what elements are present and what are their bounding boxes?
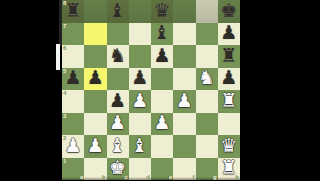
square-f2[interactable] [173,135,195,158]
piece-white-pawn-a2[interactable]: ♟ [65,136,82,155]
square-c6[interactable]: ♞ [107,45,129,68]
piece-white-rook-h4[interactable]: ♜ [220,91,237,110]
square-g2[interactable] [196,135,218,158]
square-f8[interactable] [173,0,195,23]
square-h3[interactable] [218,113,240,136]
piece-white-pawn-b2[interactable]: ♟ [87,136,104,155]
piece-black-rook-a8[interactable]: ♜ [65,1,82,20]
piece-white-pawn-d4[interactable]: ♟ [131,91,148,110]
square-g5[interactable]: ♞ [196,68,218,91]
square-a7[interactable]: 7 [62,23,84,46]
piece-white-pawn-e3[interactable]: ♟ [154,113,171,132]
square-c3[interactable]: ♟ [107,113,129,136]
piece-black-bishop-e7[interactable]: ♝ [154,23,171,42]
square-g3[interactable] [196,113,218,136]
square-c4[interactable]: ♟ [107,90,129,113]
square-d3[interactable] [129,113,151,136]
square-g7[interactable] [196,23,218,46]
square-g6[interactable] [196,45,218,68]
video-frame: 8♜♝♛♚7♝♟6♞♟♜5♟♟♟♞♟4♟♟♟♜3♟♟2♟♟♝♝♛1abc♚def… [0,0,320,180]
piece-white-bishop-c2[interactable]: ♝ [109,136,126,155]
file-label-b: b [102,174,106,180]
square-e5[interactable] [151,68,173,91]
piece-white-pawn-c3[interactable]: ♟ [109,113,126,132]
square-f6[interactable] [173,45,195,68]
square-b4[interactable] [84,90,106,113]
square-c2[interactable]: ♝ [107,135,129,158]
square-d5[interactable]: ♟ [129,68,151,91]
square-f1[interactable]: f [173,158,195,181]
square-h5[interactable]: ♟ [218,68,240,91]
square-d7[interactable] [129,23,151,46]
square-b3[interactable] [84,113,106,136]
square-c5[interactable] [107,68,129,91]
rank-label-1: 1 [63,158,66,165]
square-a8[interactable]: 8♜ [62,0,84,23]
square-b1[interactable]: b [84,158,106,181]
piece-black-pawn-c4[interactable]: ♟ [109,91,126,110]
piece-black-queen-e8[interactable]: ♛ [154,1,171,20]
rank-label-4: 4 [63,90,66,97]
square-g4[interactable] [196,90,218,113]
file-label-f: f [193,174,195,180]
rank-label-7: 7 [63,23,66,30]
square-g8[interactable] [196,0,218,23]
right-letterbox [240,0,320,180]
square-d8[interactable] [129,0,151,23]
square-h7[interactable]: ♟ [218,23,240,46]
square-a1[interactable]: 1a [62,158,84,181]
square-h8[interactable]: ♚ [218,0,240,23]
square-a4[interactable]: 4 [62,90,84,113]
square-h6[interactable]: ♜ [218,45,240,68]
white-sliver-artifact [56,44,60,70]
file-label-a: a [80,174,83,180]
piece-white-pawn-f4[interactable]: ♟ [176,91,193,110]
square-e8[interactable]: ♛ [151,0,173,23]
square-a2[interactable]: 2♟ [62,135,84,158]
piece-black-pawn-h5[interactable]: ♟ [220,68,237,87]
piece-white-bishop-d2[interactable]: ♝ [131,136,148,155]
piece-black-bishop-c8[interactable]: ♝ [109,1,126,20]
square-f4[interactable]: ♟ [173,90,195,113]
rank-label-3: 3 [63,113,66,120]
square-h1[interactable]: h♜ [218,158,240,181]
square-e1[interactable]: e [151,158,173,181]
file-label-c: c [124,174,127,180]
square-a5[interactable]: 5♟ [62,68,84,91]
left-letterbox [0,0,62,180]
square-b7[interactable] [84,23,106,46]
square-g1[interactable]: g [196,158,218,181]
rank-label-5: 5 [63,68,66,75]
square-a6[interactable]: 6 [62,45,84,68]
square-d2[interactable]: ♝ [129,135,151,158]
piece-white-knight-g5[interactable]: ♞ [198,68,215,87]
square-d6[interactable] [129,45,151,68]
piece-black-pawn-d5[interactable]: ♟ [131,68,148,87]
square-f7[interactable] [173,23,195,46]
square-a3[interactable]: 3 [62,113,84,136]
square-f3[interactable] [173,113,195,136]
piece-black-pawn-h7[interactable]: ♟ [220,23,237,42]
square-e3[interactable]: ♟ [151,113,173,136]
piece-black-pawn-a5[interactable]: ♟ [65,68,82,87]
file-label-d: d [146,174,150,180]
square-d1[interactable]: d [129,158,151,181]
file-label-g: g [213,174,217,180]
piece-black-pawn-e6[interactable]: ♟ [154,46,171,65]
file-label-e: e [169,174,172,180]
square-h2[interactable]: ♛ [218,135,240,158]
square-c8[interactable]: ♝ [107,0,129,23]
square-e7[interactable]: ♝ [151,23,173,46]
square-c1[interactable]: c♚ [107,158,129,181]
piece-white-queen-h2[interactable]: ♛ [220,136,237,155]
square-f5[interactable] [173,68,195,91]
piece-black-pawn-b5[interactable]: ♟ [87,68,104,87]
square-c7[interactable] [107,23,129,46]
square-b6[interactable] [84,45,106,68]
square-b8[interactable] [84,0,106,23]
rank-label-2: 2 [63,135,66,142]
square-b2[interactable]: ♟ [84,135,106,158]
square-e2[interactable] [151,135,173,158]
rank-label-8: 8 [63,0,66,7]
square-h4[interactable]: ♜ [218,90,240,113]
piece-black-king-h8[interactable]: ♚ [220,1,237,20]
file-label-h: h [235,174,239,180]
piece-black-knight-c6[interactable]: ♞ [109,46,126,65]
rank-label-6: 6 [63,45,66,52]
piece-black-rook-h6[interactable]: ♜ [220,46,237,65]
chess-board[interactable]: 8♜♝♛♚7♝♟6♞♟♜5♟♟♟♞♟4♟♟♟♜3♟♟2♟♟♝♝♛1abc♚def… [62,0,240,180]
square-b5[interactable]: ♟ [84,68,106,91]
square-d4[interactable]: ♟ [129,90,151,113]
square-e6[interactable]: ♟ [151,45,173,68]
square-e4[interactable] [151,90,173,113]
